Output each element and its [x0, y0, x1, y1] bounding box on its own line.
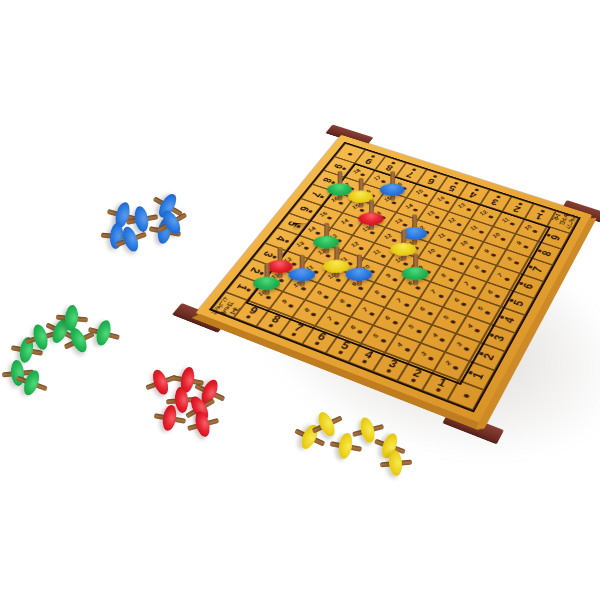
loose-peg-yellow-6[interactable]	[378, 445, 415, 482]
peg-disc	[388, 450, 403, 477]
peg-disc	[161, 404, 178, 432]
peg-disc	[159, 208, 183, 237]
loose-pegs-layer	[0, 0, 600, 600]
peg-disc	[193, 410, 212, 438]
photo-scene: 987654321たしざんはさみゲーム918171615141312111098…	[0, 0, 600, 600]
peg-disc	[120, 225, 141, 254]
